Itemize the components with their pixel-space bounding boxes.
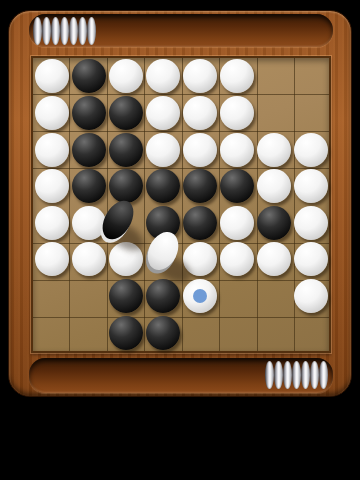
board-cell[interactable] <box>218 314 255 351</box>
spare-discs-white <box>265 360 328 389</box>
white-disc <box>220 242 254 276</box>
black-disc <box>72 169 106 203</box>
white-disc <box>35 242 69 276</box>
black-disc <box>146 279 180 313</box>
board-cell[interactable] <box>292 205 329 242</box>
board-cell[interactable] <box>292 314 329 351</box>
spare-disc <box>301 361 310 389</box>
spare-disc <box>33 17 42 45</box>
white-disc <box>35 169 69 203</box>
board-cell[interactable] <box>33 131 70 168</box>
board-grid <box>33 58 329 351</box>
board-cell[interactable] <box>218 278 255 315</box>
board-cell[interactable] <box>144 314 181 351</box>
board-frame <box>8 10 352 397</box>
spare-disc <box>69 17 78 45</box>
board-cell[interactable] <box>218 58 255 95</box>
board-cell[interactable] <box>292 168 329 205</box>
board-cell[interactable] <box>255 314 292 351</box>
play-area <box>31 56 331 353</box>
board-cell[interactable] <box>33 278 70 315</box>
white-disc <box>35 59 69 93</box>
board-cell[interactable] <box>70 95 107 132</box>
white-disc <box>183 133 217 167</box>
spare-disc <box>87 17 96 45</box>
board-cell[interactable] <box>33 241 70 278</box>
board-cell[interactable] <box>181 131 218 168</box>
board-cell[interactable] <box>144 168 181 205</box>
spare-disc <box>42 17 51 45</box>
black-disc <box>109 133 143 167</box>
black-disc <box>72 133 106 167</box>
spare-disc <box>78 17 87 45</box>
board-cell[interactable] <box>70 241 107 278</box>
board-cell[interactable] <box>33 168 70 205</box>
board-cell[interactable] <box>107 131 144 168</box>
board-cell[interactable] <box>33 58 70 95</box>
spare-disc <box>319 361 328 389</box>
board-cell[interactable] <box>255 278 292 315</box>
white-disc <box>294 206 328 240</box>
spare-disc <box>265 361 274 389</box>
white-disc <box>183 59 217 93</box>
board-cell[interactable] <box>255 205 292 242</box>
board-cell[interactable] <box>70 278 107 315</box>
black-disc <box>109 96 143 130</box>
white-disc <box>220 96 254 130</box>
white-disc <box>146 59 180 93</box>
black-disc <box>109 279 143 313</box>
board-cell[interactable] <box>181 168 218 205</box>
spare-disc <box>51 17 60 45</box>
white-disc <box>109 59 143 93</box>
board-cell[interactable] <box>144 58 181 95</box>
white-disc <box>294 133 328 167</box>
board-cell[interactable] <box>70 314 107 351</box>
white-disc <box>220 133 254 167</box>
board-cell[interactable] <box>33 314 70 351</box>
board-cell[interactable] <box>107 95 144 132</box>
white-disc <box>220 59 254 93</box>
board-cell[interactable] <box>218 131 255 168</box>
board-cell[interactable] <box>218 205 255 242</box>
white-disc <box>35 206 69 240</box>
board-cell[interactable] <box>181 95 218 132</box>
board-cell[interactable] <box>218 241 255 278</box>
board-cell[interactable] <box>255 241 292 278</box>
white-disc <box>35 96 69 130</box>
black-disc <box>109 169 143 203</box>
board-cell[interactable] <box>33 205 70 242</box>
board-cell[interactable] <box>218 168 255 205</box>
white-disc <box>294 279 328 313</box>
white-disc <box>72 242 106 276</box>
board-cell[interactable] <box>107 58 144 95</box>
board-cell[interactable] <box>107 314 144 351</box>
white-disc <box>294 242 328 276</box>
board-cell[interactable] <box>255 58 292 95</box>
board-cell[interactable] <box>107 278 144 315</box>
board-cell[interactable] <box>33 95 70 132</box>
white-disc <box>294 169 328 203</box>
black-disc <box>109 316 143 350</box>
white-disc <box>257 133 291 167</box>
black-disc <box>146 169 180 203</box>
white-disc <box>146 133 180 167</box>
board-cell[interactable] <box>218 95 255 132</box>
white-disc <box>257 169 291 203</box>
board-cell[interactable] <box>144 131 181 168</box>
bottom-bar: 19 CPU (Advanced) Undo <box>0 397 360 480</box>
black-disc <box>257 206 291 240</box>
spare-disc <box>60 17 69 45</box>
board-cell[interactable] <box>70 58 107 95</box>
board-cell[interactable] <box>292 241 329 278</box>
board-cell[interactable] <box>292 58 329 95</box>
board-cell[interactable] <box>181 205 218 242</box>
board-cell[interactable] <box>292 278 329 315</box>
last-move-marker <box>193 289 207 303</box>
board-cell[interactable] <box>255 131 292 168</box>
board-cell[interactable] <box>70 131 107 168</box>
black-disc <box>220 169 254 203</box>
white-disc <box>183 279 217 313</box>
spare-disc <box>274 361 283 389</box>
spare-disc <box>283 361 292 389</box>
white-disc <box>146 96 180 130</box>
spare-discs-white <box>33 16 96 45</box>
white-disc <box>257 242 291 276</box>
board-cell[interactable] <box>181 278 218 315</box>
black-disc <box>146 316 180 350</box>
spare-disc <box>292 361 301 389</box>
black-disc <box>183 206 217 240</box>
white-disc <box>183 96 217 130</box>
spare-disc <box>310 361 319 389</box>
white-disc <box>220 206 254 240</box>
board-cell[interactable] <box>181 58 218 95</box>
board-cell[interactable] <box>144 278 181 315</box>
spare-disc-tray-top <box>29 14 333 47</box>
board-cell[interactable] <box>70 168 107 205</box>
board-cell[interactable] <box>181 314 218 351</box>
board-cell[interactable] <box>144 95 181 132</box>
black-disc <box>72 59 106 93</box>
board-cell[interactable] <box>255 95 292 132</box>
black-disc <box>72 96 106 130</box>
board-cell[interactable] <box>292 95 329 132</box>
board-cell[interactable] <box>292 131 329 168</box>
white-disc <box>35 133 69 167</box>
board-cell[interactable] <box>255 168 292 205</box>
black-disc <box>183 169 217 203</box>
spare-disc-tray-bottom <box>29 358 333 393</box>
board-cell[interactable] <box>107 168 144 205</box>
